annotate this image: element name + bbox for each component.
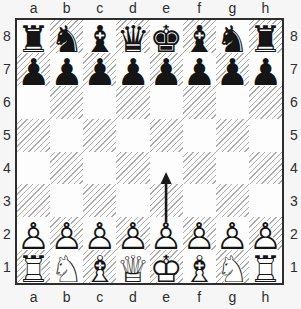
piece-white-pawn-b2[interactable]: ♟♙ [50, 217, 83, 250]
file-label-top-a: a [17, 0, 50, 17]
file-label-top-g: g [216, 0, 249, 17]
rank-label-left-3: 3 [0, 184, 14, 217]
square-g5[interactable] [216, 119, 249, 152]
piece-black-pawn-g7[interactable]: ♟ [216, 53, 249, 86]
square-h5[interactable] [249, 119, 282, 152]
square-a7[interactable]: ♟ [17, 53, 50, 86]
square-e4[interactable] [150, 152, 183, 185]
square-c3[interactable] [83, 184, 116, 217]
rank-labels-right: 87654321 [287, 20, 301, 283]
white-piece-outline-glyph: ♖ [249, 251, 282, 288]
square-e6[interactable] [150, 86, 183, 119]
rank-label-left-1: 1 [0, 250, 14, 283]
square-h4[interactable] [249, 152, 282, 185]
square-g2[interactable]: ♟♙ [216, 217, 249, 250]
square-d6[interactable] [116, 86, 149, 119]
rank-label-left-8: 8 [0, 20, 14, 53]
piece-white-pawn-c2[interactable]: ♟♙ [83, 217, 116, 250]
file-labels-top: abcdefgh [17, 0, 282, 17]
square-f5[interactable] [183, 119, 216, 152]
rank-label-right-7: 7 [287, 53, 301, 86]
square-f1[interactable]: ♝♗ [183, 250, 216, 283]
rank-label-right-8: 8 [287, 20, 301, 53]
piece-white-pawn-g2[interactable]: ♟♙ [216, 217, 249, 250]
piece-black-knight-g8[interactable]: ♞ [216, 20, 249, 53]
square-g6[interactable] [216, 86, 249, 119]
piece-white-knight-b1[interactable]: ♞♘ [50, 250, 83, 283]
black-piece-glyph: ♟ [17, 54, 50, 91]
square-e7[interactable]: ♟ [150, 53, 183, 86]
square-d4[interactable] [116, 152, 149, 185]
square-f6[interactable] [183, 86, 216, 119]
chess-board: ♜♞♝♛♚♝♞♜♟♟♟♟♟♟♟♟♟♙♟♙♟♙♟♙♟♙♟♙♟♙♟♙♜♖♞♘♝♗♛♕… [15, 18, 284, 285]
square-c6[interactable] [83, 86, 116, 119]
square-f7[interactable]: ♟ [183, 53, 216, 86]
square-e5[interactable] [150, 119, 183, 152]
piece-white-bishop-f1[interactable]: ♝♗ [183, 250, 216, 283]
square-h8[interactable]: ♜ [249, 20, 282, 53]
piece-black-rook-h8[interactable]: ♜ [249, 20, 282, 53]
file-label-top-c: c [83, 0, 116, 17]
rank-label-left-2: 2 [0, 217, 14, 250]
piece-black-king-e8[interactable]: ♚ [150, 20, 183, 53]
file-label-bottom-c: c [83, 287, 116, 308]
piece-white-pawn-e2[interactable]: ♟♙ [150, 217, 183, 250]
square-f4[interactable] [183, 152, 216, 185]
black-piece-glyph: ♟ [150, 54, 183, 91]
file-label-bottom-a: a [17, 287, 50, 308]
piece-white-bishop-c1[interactable]: ♝♗ [83, 250, 116, 283]
piece-white-knight-g1[interactable]: ♞♘ [216, 250, 249, 283]
white-piece-outline-glyph: ♕ [116, 251, 149, 288]
piece-black-pawn-b7[interactable]: ♟ [50, 53, 83, 86]
piece-white-queen-d1[interactable]: ♛♕ [116, 250, 149, 283]
square-f2[interactable]: ♟♙ [183, 217, 216, 250]
black-piece-glyph: ♟ [216, 54, 249, 91]
file-label-top-h: h [249, 0, 282, 17]
square-f8[interactable]: ♝ [183, 20, 216, 53]
square-b1[interactable]: ♞♘ [50, 250, 83, 283]
square-a6[interactable] [17, 86, 50, 119]
piece-white-rook-h1[interactable]: ♜♖ [249, 250, 282, 283]
piece-white-pawn-f2[interactable]: ♟♙ [183, 217, 216, 250]
white-piece-fill-glyph: ♜ [17, 251, 50, 288]
file-label-bottom-f: f [183, 287, 216, 308]
square-a5[interactable] [17, 119, 50, 152]
black-piece-glyph: ♟ [116, 54, 149, 91]
square-b8[interactable]: ♞ [50, 20, 83, 53]
rank-label-right-5: 5 [287, 119, 301, 152]
square-b5[interactable] [50, 119, 83, 152]
piece-black-pawn-e7[interactable]: ♟ [150, 53, 183, 86]
piece-black-pawn-a7[interactable]: ♟ [17, 53, 50, 86]
rank-label-left-6: 6 [0, 86, 14, 119]
piece-white-pawn-a2[interactable]: ♟♙ [17, 217, 50, 250]
square-e8[interactable]: ♚ [150, 20, 183, 53]
rank-label-right-3: 3 [287, 184, 301, 217]
rank-label-left-7: 7 [0, 53, 14, 86]
white-piece-fill-glyph: ♜ [249, 251, 282, 288]
file-label-top-b: b [50, 0, 83, 17]
square-e1[interactable]: ♚♔ [150, 250, 183, 283]
square-a3[interactable] [17, 184, 50, 217]
piece-black-queen-d8[interactable]: ♛ [116, 20, 149, 53]
piece-black-knight-b8[interactable]: ♞ [50, 20, 83, 53]
file-label-top-d: d [116, 0, 149, 17]
white-piece-outline-glyph: ♔ [150, 251, 183, 288]
chess-diagram: abcdefgh 87654321 ♜♞♝♛♚♝♞♜♟♟♟♟♟♟♟♟♟♙♟♙♟♙… [0, 0, 301, 309]
piece-black-pawn-d7[interactable]: ♟ [116, 53, 149, 86]
white-piece-outline-glyph: ♖ [17, 251, 50, 288]
square-a8[interactable]: ♜ [17, 20, 50, 53]
square-b7[interactable]: ♟ [50, 53, 83, 86]
square-b4[interactable] [50, 152, 83, 185]
black-piece-glyph: ♟ [83, 54, 116, 91]
square-d2[interactable]: ♟♙ [116, 217, 149, 250]
file-label-bottom-h: h [249, 287, 282, 308]
square-e2[interactable]: ♟♙ [150, 217, 183, 250]
piece-white-pawn-d2[interactable]: ♟♙ [116, 217, 149, 250]
square-h3[interactable] [249, 184, 282, 217]
square-b6[interactable] [50, 86, 83, 119]
black-piece-glyph: ♟ [50, 54, 83, 91]
piece-black-pawn-c7[interactable]: ♟ [83, 53, 116, 86]
square-g8[interactable]: ♞ [216, 20, 249, 53]
square-g4[interactable] [216, 152, 249, 185]
square-a4[interactable] [17, 152, 50, 185]
white-piece-fill-glyph: ♝ [183, 251, 216, 288]
white-piece-fill-glyph: ♞ [216, 251, 249, 288]
square-e3[interactable] [150, 184, 183, 217]
square-b2[interactable]: ♟♙ [50, 217, 83, 250]
square-a1[interactable]: ♜♖ [17, 250, 50, 283]
square-g1[interactable]: ♞♘ [216, 250, 249, 283]
rank-label-left-4: 4 [0, 152, 14, 185]
piece-black-pawn-f7[interactable]: ♟ [183, 53, 216, 86]
square-c7[interactable]: ♟ [83, 53, 116, 86]
black-piece-glyph: ♟ [249, 54, 282, 91]
piece-black-rook-a8[interactable]: ♜ [17, 20, 50, 53]
rank-label-right-6: 6 [287, 86, 301, 119]
piece-black-pawn-h7[interactable]: ♟ [249, 53, 282, 86]
piece-white-king-e1[interactable]: ♚♔ [150, 250, 183, 283]
square-d1[interactable]: ♛♕ [116, 250, 149, 283]
rank-label-right-4: 4 [287, 152, 301, 185]
white-piece-outline-glyph: ♗ [183, 251, 216, 288]
piece-white-rook-a1[interactable]: ♜♖ [17, 250, 50, 283]
square-d3[interactable] [116, 184, 149, 217]
square-g7[interactable]: ♟ [216, 53, 249, 86]
file-label-bottom-d: d [116, 287, 149, 308]
file-label-bottom-b: b [50, 287, 83, 308]
white-piece-fill-glyph: ♛ [116, 251, 149, 288]
square-c1[interactable]: ♝♗ [83, 250, 116, 283]
square-c5[interactable] [83, 119, 116, 152]
white-piece-outline-glyph: ♘ [50, 251, 83, 288]
square-g3[interactable] [216, 184, 249, 217]
square-c4[interactable] [83, 152, 116, 185]
rank-label-right-2: 2 [287, 217, 301, 250]
black-piece-glyph: ♟ [183, 54, 216, 91]
file-label-top-f: f [183, 0, 216, 17]
rank-label-left-5: 5 [0, 119, 14, 152]
rank-label-right-1: 1 [287, 250, 301, 283]
square-f3[interactable] [183, 184, 216, 217]
file-labels-bottom: abcdefgh [17, 287, 282, 308]
square-h1[interactable]: ♜♖ [249, 250, 282, 283]
square-h7[interactable]: ♟ [249, 53, 282, 86]
square-a2[interactable]: ♟♙ [17, 217, 50, 250]
square-c8[interactable]: ♝ [83, 20, 116, 53]
file-label-bottom-e: e [150, 287, 183, 308]
white-piece-outline-glyph: ♗ [83, 251, 116, 288]
file-label-bottom-g: g [216, 287, 249, 308]
square-h2[interactable]: ♟♙ [249, 217, 282, 250]
square-d5[interactable] [116, 119, 149, 152]
white-piece-fill-glyph: ♞ [50, 251, 83, 288]
rank-labels-left: 87654321 [0, 20, 14, 283]
square-b3[interactable] [50, 184, 83, 217]
square-d8[interactable]: ♛ [116, 20, 149, 53]
white-piece-fill-glyph: ♝ [83, 251, 116, 288]
white-piece-outline-glyph: ♘ [216, 251, 249, 288]
piece-black-bishop-c8[interactable]: ♝ [83, 20, 116, 53]
white-piece-fill-glyph: ♚ [150, 251, 183, 288]
square-c2[interactable]: ♟♙ [83, 217, 116, 250]
square-h6[interactable] [249, 86, 282, 119]
piece-black-bishop-f8[interactable]: ♝ [183, 20, 216, 53]
file-label-top-e: e [150, 0, 183, 17]
piece-white-pawn-h2[interactable]: ♟♙ [249, 217, 282, 250]
square-d7[interactable]: ♟ [116, 53, 149, 86]
